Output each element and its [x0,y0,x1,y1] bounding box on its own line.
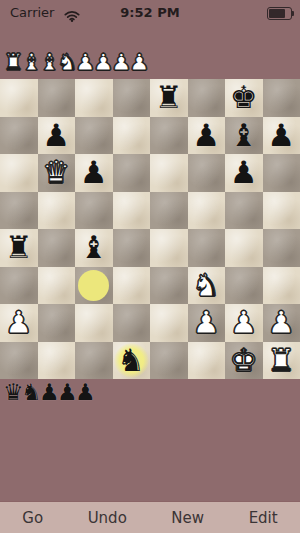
black-king: ♚ [225,79,263,117]
square-d3[interactable] [113,267,151,305]
captured-black-pawn: ♟ [39,379,57,406]
square-e2[interactable] [150,304,188,342]
black-bishop: ♝ [75,229,113,267]
white-rook: ♜ [263,342,301,380]
square-f5[interactable] [188,192,226,230]
square-f6[interactable] [188,154,226,192]
captured-white-knight: ♞ [57,49,75,76]
square-e3[interactable] [150,267,188,305]
square-a8[interactable] [0,79,38,117]
chess-board: ♜♚♟♟♝♟♛♟♟♜♝♞♟♟♟♟♞♚♜ [0,79,300,379]
square-h5[interactable] [263,192,301,230]
square-h6[interactable] [263,154,301,192]
black-pawn: ♟ [225,154,263,192]
square-b2[interactable] [38,304,76,342]
square-h8[interactable] [263,79,301,117]
captured-black-tray: ♛♞♟♟♟ [3,379,93,406]
captured-white-rook: ♜ [3,49,21,76]
square-h7[interactable]: ♟ [263,117,301,155]
undo-button[interactable]: Undo [80,507,135,529]
white-king: ♚ [225,342,263,380]
white-pawn: ♟ [263,304,301,342]
square-d6[interactable] [113,154,151,192]
square-h4[interactable] [263,229,301,267]
square-g1[interactable]: ♚ [225,342,263,380]
white-queen: ♛ [38,154,76,192]
square-g5[interactable] [225,192,263,230]
square-a2[interactable]: ♟ [0,304,38,342]
square-c2[interactable] [75,304,113,342]
square-g4[interactable] [225,229,263,267]
square-f2[interactable]: ♟ [188,304,226,342]
square-a1[interactable] [0,342,38,380]
square-e6[interactable] [150,154,188,192]
square-f7[interactable]: ♟ [188,117,226,155]
edit-button[interactable]: Edit [241,507,286,529]
square-h2[interactable]: ♟ [263,304,301,342]
square-a7[interactable] [0,117,38,155]
square-c7[interactable] [75,117,113,155]
captured-white-tray: ♜♝♝♞♟♟♟♟ [3,49,147,76]
square-g3[interactable] [225,267,263,305]
black-pawn: ♟ [75,154,113,192]
black-pawn: ♟ [188,117,226,155]
square-c3[interactable] [75,267,113,305]
square-d5[interactable] [113,192,151,230]
square-d8[interactable] [113,79,151,117]
square-g6[interactable]: ♟ [225,154,263,192]
square-h3[interactable] [263,267,301,305]
square-b3[interactable] [38,267,76,305]
captured-white-pawn: ♟ [111,49,129,76]
go-button[interactable]: Go [14,507,51,529]
square-e5[interactable] [150,192,188,230]
square-a3[interactable] [0,267,38,305]
square-g7[interactable]: ♝ [225,117,263,155]
captured-black-pawn: ♟ [57,379,75,406]
app-screen: Carrier 9:52 PM ♜♝♝♞♟♟♟♟ ♜♚♟♟♝♟♛♟♟♜♝♞♟♟♟… [0,0,300,533]
square-d4[interactable] [113,229,151,267]
square-g8[interactable]: ♚ [225,79,263,117]
square-g2[interactable]: ♟ [225,304,263,342]
square-f8[interactable] [188,79,226,117]
square-a5[interactable] [0,192,38,230]
square-c5[interactable] [75,192,113,230]
square-b4[interactable] [38,229,76,267]
black-knight: ♞ [113,342,151,380]
square-f3[interactable]: ♞ [188,267,226,305]
square-b7[interactable]: ♟ [38,117,76,155]
black-rook: ♜ [0,229,38,267]
square-h1[interactable]: ♜ [263,342,301,380]
square-b6[interactable]: ♛ [38,154,76,192]
square-d7[interactable] [113,117,151,155]
square-c8[interactable] [75,79,113,117]
square-b1[interactable] [38,342,76,380]
square-e7[interactable] [150,117,188,155]
black-bishop: ♝ [225,117,263,155]
white-pawn: ♟ [0,304,38,342]
white-knight: ♞ [188,267,226,305]
white-pawn: ♟ [188,304,226,342]
square-d1[interactable]: ♞ [113,342,151,380]
square-d2[interactable] [113,304,151,342]
captured-white-pawn: ♟ [75,49,93,76]
new-button[interactable]: New [163,507,212,529]
captured-black-knight: ♞ [21,379,39,406]
square-b8[interactable] [38,79,76,117]
captured-black-queen: ♛ [3,379,21,406]
toolbar: Go Undo New Edit [0,501,300,533]
clock: 9:52 PM [0,5,300,20]
black-rook: ♜ [150,79,188,117]
square-e1[interactable] [150,342,188,380]
status-bar: Carrier 9:52 PM [0,0,300,26]
square-c1[interactable] [75,342,113,380]
battery-icon [267,7,292,20]
square-a4[interactable]: ♜ [0,229,38,267]
square-f4[interactable] [188,229,226,267]
captured-white-bishop: ♝ [39,49,57,76]
square-f1[interactable] [188,342,226,380]
captured-white-pawn: ♟ [93,49,111,76]
captured-white-pawn: ♟ [129,49,147,76]
captured-black-pawn: ♟ [75,379,93,406]
black-pawn: ♟ [263,117,301,155]
square-e8[interactable]: ♜ [150,79,188,117]
captured-white-bishop: ♝ [21,49,39,76]
square-b5[interactable] [38,192,76,230]
square-c4[interactable]: ♝ [75,229,113,267]
square-c6[interactable]: ♟ [75,154,113,192]
black-pawn: ♟ [38,117,76,155]
white-pawn: ♟ [225,304,263,342]
square-e4[interactable] [150,229,188,267]
square-a6[interactable] [0,154,38,192]
